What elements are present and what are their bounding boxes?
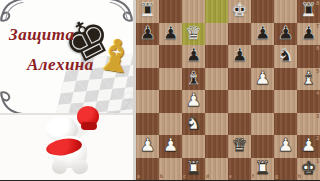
square-d5[interactable] <box>205 68 228 91</box>
square-b5[interactable] <box>159 68 182 91</box>
rank-coordinate-label: 8 <box>316 1 319 6</box>
chess-board[interactable]: ♜♚♜8♟♟♛♟♟♟7♟♟♞6♝♟♝5♟4♞3♟♟♛♟♟2ab♜cde♜fg♚h… <box>136 0 320 180</box>
square-a4[interactable] <box>136 90 159 113</box>
square-f3[interactable] <box>251 113 274 136</box>
piece-white-bishop: ♝ <box>300 69 316 87</box>
video-thumbnail: ♚ ♝ Защита Алехина ♜♚♜8♟♟♛♟♟♟7♟♟♞6♝♟♝5♟4… <box>0 0 320 180</box>
piece-white-queen: ♛ <box>231 136 247 154</box>
square-f8[interactable] <box>251 0 274 23</box>
square-e6[interactable]: ♟ <box>228 45 251 68</box>
piece-black-king: ♚ <box>231 1 247 19</box>
square-g2[interactable]: ♟ <box>274 135 297 158</box>
left-panel: ♚ ♝ Защита Алехина <box>0 0 136 180</box>
square-c8[interactable] <box>182 0 205 23</box>
file-coordinate-label: d <box>206 174 209 179</box>
piece-white-knight: ♞ <box>185 114 201 132</box>
file-coordinate-label: c <box>183 174 186 179</box>
boxing-glove-cuff <box>81 122 97 130</box>
piece-white-pawn: ♟ <box>139 136 155 154</box>
piece-black-pawn: ♟ <box>300 24 316 42</box>
square-e5[interactable] <box>228 68 251 91</box>
square-e7[interactable] <box>228 23 251 46</box>
piece-white-pawn: ♟ <box>162 136 178 154</box>
square-c2[interactable] <box>182 135 205 158</box>
rank-coordinate-label: 5 <box>316 69 319 74</box>
square-h6[interactable]: 6 <box>297 45 320 68</box>
piece-black-rook: ♜ <box>300 1 316 19</box>
square-f4[interactable] <box>251 90 274 113</box>
square-e1[interactable]: e <box>228 158 251 181</box>
file-coordinate-label: f <box>252 174 254 179</box>
square-g8[interactable] <box>274 0 297 23</box>
corner-flourish-icon <box>109 0 133 23</box>
square-a2[interactable]: ♟ <box>136 135 159 158</box>
file-coordinate-label: a <box>137 174 140 179</box>
piece-white-king: ♚ <box>300 159 316 177</box>
square-g4[interactable] <box>274 90 297 113</box>
square-d6[interactable] <box>205 45 228 68</box>
square-h4[interactable]: 4 <box>297 90 320 113</box>
square-b7[interactable]: ♟ <box>159 23 182 46</box>
square-b2[interactable]: ♟ <box>159 135 182 158</box>
file-coordinate-label: b <box>160 174 163 179</box>
piece-white-rook: ♜ <box>185 159 201 177</box>
square-h5[interactable]: ♝5 <box>297 68 320 91</box>
square-a3[interactable] <box>136 113 159 136</box>
piece-black-pawn: ♟ <box>162 24 178 42</box>
square-e2[interactable]: ♛ <box>228 135 251 158</box>
piece-black-queen: ♛ <box>185 24 201 42</box>
square-c5[interactable]: ♝ <box>182 68 205 91</box>
gold-piece-icon: ♝ <box>92 31 133 81</box>
file-coordinate-label: h <box>298 174 301 179</box>
square-g1[interactable]: g <box>274 158 297 181</box>
piece-white-pawn: ♟ <box>254 69 270 87</box>
square-e4[interactable] <box>228 90 251 113</box>
rank-coordinate-label: 7 <box>316 24 319 29</box>
square-h7[interactable]: ♟7 <box>297 23 320 46</box>
square-c4[interactable]: ♟ <box>182 90 205 113</box>
square-b1[interactable]: b <box>159 158 182 181</box>
title-card: ♚ ♝ Защита Алехина <box>0 0 133 115</box>
file-coordinate-label: e <box>229 174 232 179</box>
square-f2[interactable] <box>251 135 274 158</box>
square-a7[interactable]: ♟ <box>136 23 159 46</box>
square-a1[interactable]: a <box>136 158 159 181</box>
square-c1[interactable]: ♜c <box>182 158 205 181</box>
square-g3[interactable] <box>274 113 297 136</box>
piece-white-rook: ♜ <box>254 159 270 177</box>
title-line-2: Алехина <box>27 55 94 75</box>
piece-black-knight: ♞ <box>277 46 293 64</box>
piece-black-pawn: ♟ <box>185 46 201 64</box>
square-d3[interactable] <box>205 113 228 136</box>
square-h2[interactable]: ♟2 <box>297 135 320 158</box>
rank-coordinate-label: 4 <box>316 91 319 96</box>
square-c7[interactable]: ♛ <box>182 23 205 46</box>
piece-black-rook: ♜ <box>139 1 155 19</box>
square-b4[interactable] <box>159 90 182 113</box>
file-coordinate-label: g <box>275 174 278 179</box>
square-f6[interactable] <box>251 45 274 68</box>
rank-coordinate-label: 6 <box>316 46 319 51</box>
piece-black-pawn: ♟ <box>231 46 247 64</box>
piece-black-pawn: ♟ <box>277 24 293 42</box>
square-c6[interactable]: ♟ <box>182 45 205 68</box>
piece-white-pawn: ♟ <box>277 136 293 154</box>
square-a8[interactable]: ♜ <box>136 0 159 23</box>
rank-coordinate-label: 3 <box>316 114 319 119</box>
piece-black-bishop: ♝ <box>185 69 201 87</box>
piece-white-pawn: ♟ <box>300 136 316 154</box>
square-d2[interactable] <box>205 135 228 158</box>
square-h1[interactable]: ♚h1 <box>297 158 320 181</box>
piece-black-pawn: ♟ <box>254 24 270 42</box>
square-a6[interactable] <box>136 45 159 68</box>
square-g5[interactable] <box>274 68 297 91</box>
piece-white-pawn: ♟ <box>185 91 201 109</box>
square-d1[interactable]: d <box>205 158 228 181</box>
mascot-leg <box>71 159 89 175</box>
square-e3[interactable] <box>228 113 251 136</box>
square-f5[interactable]: ♟ <box>251 68 274 91</box>
square-d7[interactable] <box>205 23 228 46</box>
square-d8[interactable] <box>205 0 228 23</box>
rank-coordinate-label: 2 <box>316 136 319 141</box>
mascot-leg <box>51 159 68 175</box>
square-f7[interactable]: ♟ <box>251 23 274 46</box>
square-b6[interactable] <box>159 45 182 68</box>
square-g7[interactable]: ♟ <box>274 23 297 46</box>
square-h8[interactable]: ♜8 <box>297 0 320 23</box>
square-c3[interactable]: ♞ <box>182 113 205 136</box>
rank-coordinate-label: 1 <box>316 159 319 164</box>
title-line-1: Защита <box>9 25 75 45</box>
square-a5[interactable] <box>136 68 159 91</box>
square-b3[interactable] <box>159 113 182 136</box>
square-d4[interactable] <box>205 90 228 113</box>
square-f1[interactable]: ♜f <box>251 158 274 181</box>
boxer-mascot <box>0 100 133 180</box>
square-e8[interactable]: ♚ <box>228 0 251 23</box>
square-g6[interactable]: ♞ <box>274 45 297 68</box>
piece-black-pawn: ♟ <box>139 24 155 42</box>
square-h3[interactable]: 3 <box>297 113 320 136</box>
corner-flourish-icon <box>0 0 24 23</box>
square-b8[interactable] <box>159 0 182 23</box>
